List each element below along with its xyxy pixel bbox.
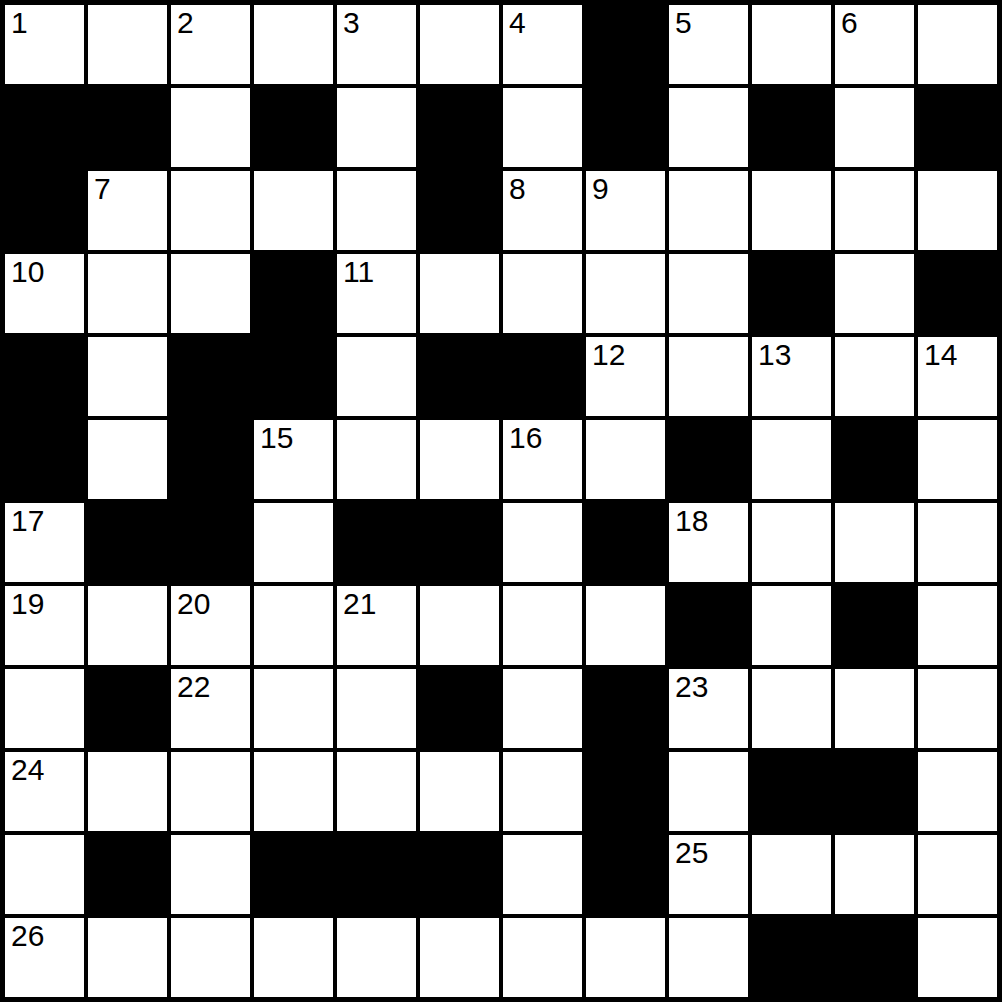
clue-number: 10 <box>11 255 44 290</box>
letter-cell[interactable] <box>586 420 665 499</box>
letter-cell[interactable]: 18 <box>669 503 748 582</box>
letter-cell[interactable]: 22 <box>171 669 250 748</box>
block-cell <box>254 254 333 333</box>
letter-cell[interactable] <box>669 171 748 250</box>
letter-cell[interactable] <box>88 918 167 997</box>
letter-cell[interactable] <box>503 254 582 333</box>
clue-number: 15 <box>260 421 293 456</box>
block-cell <box>254 337 333 416</box>
clue-number: 2 <box>177 6 194 41</box>
block-cell <box>88 669 167 748</box>
block-cell <box>171 337 250 416</box>
letter-cell[interactable] <box>586 254 665 333</box>
clue-number: 18 <box>675 504 708 539</box>
letter-cell[interactable] <box>88 586 167 665</box>
letter-cell[interactable]: 11 <box>337 254 416 333</box>
letter-cell[interactable] <box>752 171 831 250</box>
letter-cell[interactable] <box>669 752 748 831</box>
letter-cell[interactable] <box>254 171 333 250</box>
block-cell <box>5 337 84 416</box>
letter-cell[interactable]: 20 <box>171 586 250 665</box>
letter-cell[interactable] <box>171 835 250 914</box>
letter-cell[interactable]: 6 <box>835 5 914 84</box>
letter-cell[interactable] <box>752 5 831 84</box>
block-cell <box>752 254 831 333</box>
letter-cell[interactable]: 9 <box>586 171 665 250</box>
letter-cell[interactable] <box>337 420 416 499</box>
block-cell <box>586 503 665 582</box>
letter-cell[interactable] <box>337 337 416 416</box>
clue-number: 24 <box>11 753 44 788</box>
block-cell <box>752 88 831 167</box>
clue-number: 21 <box>343 587 376 622</box>
block-cell <box>420 503 499 582</box>
block-cell <box>254 835 333 914</box>
letter-cell[interactable] <box>918 420 997 499</box>
block-cell <box>918 254 997 333</box>
letter-cell[interactable] <box>254 752 333 831</box>
letter-cell[interactable] <box>835 337 914 416</box>
letter-cell[interactable] <box>669 337 748 416</box>
letter-cell[interactable] <box>420 918 499 997</box>
letter-cell[interactable] <box>503 88 582 167</box>
letter-cell[interactable] <box>88 254 167 333</box>
letter-cell[interactable] <box>337 171 416 250</box>
letter-cell[interactable]: 12 <box>586 337 665 416</box>
letter-cell[interactable] <box>835 88 914 167</box>
letter-cell[interactable] <box>669 918 748 997</box>
letter-cell[interactable] <box>254 503 333 582</box>
letter-cell[interactable]: 4 <box>503 5 582 84</box>
letter-cell[interactable] <box>918 918 997 997</box>
block-cell <box>171 420 250 499</box>
block-cell <box>337 835 416 914</box>
clue-number: 5 <box>675 6 692 41</box>
block-cell <box>586 669 665 748</box>
letter-cell[interactable] <box>503 918 582 997</box>
block-cell <box>752 918 831 997</box>
letter-cell[interactable] <box>586 586 665 665</box>
letter-cell[interactable]: 13 <box>752 337 831 416</box>
letter-cell[interactable]: 7 <box>88 171 167 250</box>
clue-number: 1 <box>11 6 28 41</box>
block-cell <box>5 171 84 250</box>
letter-cell[interactable] <box>752 586 831 665</box>
letter-cell[interactable] <box>337 669 416 748</box>
letter-cell[interactable]: 16 <box>503 420 582 499</box>
block-cell <box>420 88 499 167</box>
block-cell <box>835 752 914 831</box>
block-cell <box>420 171 499 250</box>
block-cell <box>835 420 914 499</box>
letter-cell[interactable] <box>503 669 582 748</box>
letter-cell[interactable] <box>88 337 167 416</box>
block-cell <box>586 752 665 831</box>
clue-number: 12 <box>592 338 625 373</box>
letter-cell[interactable] <box>918 586 997 665</box>
letter-cell[interactable]: 5 <box>669 5 748 84</box>
clue-number: 9 <box>592 172 609 207</box>
letter-cell[interactable] <box>5 835 84 914</box>
block-cell <box>918 88 997 167</box>
clue-number: 11 <box>343 255 374 290</box>
crossword-grid: 1234567891011121314151617181920212223242… <box>0 0 1002 1002</box>
letter-cell[interactable] <box>88 420 167 499</box>
letter-cell[interactable] <box>337 752 416 831</box>
letter-cell[interactable] <box>337 88 416 167</box>
block-cell <box>88 835 167 914</box>
clue-number: 4 <box>509 6 526 41</box>
letter-cell[interactable] <box>420 752 499 831</box>
block-cell <box>5 420 84 499</box>
letter-cell[interactable] <box>171 752 250 831</box>
block-cell <box>420 669 499 748</box>
letter-cell[interactable] <box>254 586 333 665</box>
letter-cell[interactable] <box>420 5 499 84</box>
letter-cell[interactable]: 23 <box>669 669 748 748</box>
letter-cell[interactable] <box>918 503 997 582</box>
block-cell <box>586 835 665 914</box>
block-cell <box>88 503 167 582</box>
letter-cell[interactable] <box>752 420 831 499</box>
clue-number: 26 <box>11 919 44 954</box>
letter-cell[interactable]: 17 <box>5 503 84 582</box>
letter-cell[interactable] <box>171 918 250 997</box>
letter-cell[interactable] <box>254 669 333 748</box>
clue-number: 3 <box>343 6 360 41</box>
letter-cell[interactable]: 15 <box>254 420 333 499</box>
clue-number: 8 <box>509 172 526 207</box>
block-cell <box>420 835 499 914</box>
letter-cell[interactable] <box>254 918 333 997</box>
letter-cell[interactable]: 3 <box>337 5 416 84</box>
letter-cell[interactable] <box>918 5 997 84</box>
letter-cell[interactable] <box>88 5 167 84</box>
letter-cell[interactable] <box>835 171 914 250</box>
letter-cell[interactable] <box>337 918 416 997</box>
letter-cell[interactable] <box>918 171 997 250</box>
letter-cell[interactable] <box>752 835 831 914</box>
block-cell <box>835 586 914 665</box>
letter-cell[interactable]: 19 <box>5 586 84 665</box>
block-cell <box>752 752 831 831</box>
block-cell <box>337 503 416 582</box>
clue-number: 22 <box>177 670 210 705</box>
clue-number: 20 <box>177 587 210 622</box>
letter-cell[interactable]: 8 <box>503 171 582 250</box>
letter-cell[interactable] <box>88 752 167 831</box>
letter-cell[interactable] <box>171 88 250 167</box>
letter-cell[interactable] <box>669 254 748 333</box>
letter-cell[interactable] <box>835 254 914 333</box>
clue-number: 16 <box>509 421 542 456</box>
clue-number: 19 <box>11 587 44 622</box>
letter-cell[interactable]: 2 <box>171 5 250 84</box>
clue-number: 6 <box>841 6 858 41</box>
block-cell <box>503 337 582 416</box>
clue-number: 17 <box>11 504 44 539</box>
letter-cell[interactable] <box>752 669 831 748</box>
letter-cell[interactable] <box>918 669 997 748</box>
block-cell <box>171 503 250 582</box>
block-cell <box>586 88 665 167</box>
letter-cell[interactable] <box>254 5 333 84</box>
block-cell <box>669 586 748 665</box>
letter-cell[interactable] <box>586 918 665 997</box>
letter-cell[interactable] <box>835 835 914 914</box>
letter-cell[interactable]: 24 <box>5 752 84 831</box>
letter-cell[interactable] <box>752 503 831 582</box>
letter-cell[interactable]: 1 <box>5 5 84 84</box>
letter-cell[interactable] <box>835 503 914 582</box>
letter-cell[interactable] <box>420 254 499 333</box>
block-cell <box>586 5 665 84</box>
letter-cell[interactable] <box>420 586 499 665</box>
letter-cell[interactable] <box>171 171 250 250</box>
block-cell <box>254 88 333 167</box>
letter-cell[interactable] <box>918 835 997 914</box>
letter-cell[interactable] <box>918 752 997 831</box>
letter-cell[interactable] <box>669 88 748 167</box>
letter-cell[interactable] <box>503 503 582 582</box>
letter-cell[interactable] <box>835 669 914 748</box>
clue-number: 13 <box>758 338 791 373</box>
letter-cell[interactable]: 14 <box>918 337 997 416</box>
letter-cell[interactable] <box>503 586 582 665</box>
clue-number: 7 <box>94 172 111 207</box>
block-cell <box>835 918 914 997</box>
letter-cell[interactable] <box>503 752 582 831</box>
letter-cell[interactable] <box>420 420 499 499</box>
letter-cell[interactable] <box>5 669 84 748</box>
letter-cell[interactable] <box>503 835 582 914</box>
clue-number: 25 <box>675 836 708 871</box>
letter-cell[interactable]: 21 <box>337 586 416 665</box>
block-cell <box>420 337 499 416</box>
clue-number: 14 <box>924 338 957 373</box>
block-cell <box>88 88 167 167</box>
block-cell <box>5 88 84 167</box>
clue-number: 23 <box>675 670 708 705</box>
letter-cell[interactable]: 10 <box>5 254 84 333</box>
block-cell <box>669 420 748 499</box>
letter-cell[interactable]: 25 <box>669 835 748 914</box>
letter-cell[interactable] <box>171 254 250 333</box>
letter-cell[interactable]: 26 <box>5 918 84 997</box>
